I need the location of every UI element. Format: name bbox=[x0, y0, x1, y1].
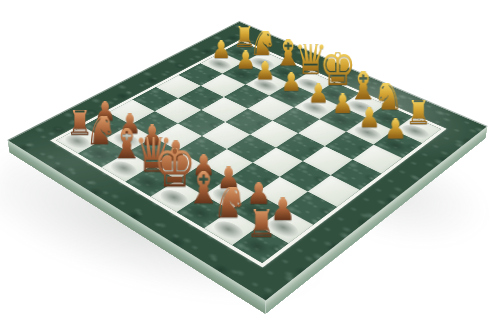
piece-gold-rook-h8: ♜ bbox=[405, 100, 432, 130]
piece-gold-pawn-h7: ♟ bbox=[384, 118, 407, 143]
playing-area: ♜♞♝♛♚♝♞♜♟♟♟♟♟♟♟♟♟♟♟♟♟♟♟♟♜♞♝♛♚♝♞♜ bbox=[50, 39, 446, 267]
chess-board: ♜♞♝♛♚♝♞♜♟♟♟♟♟♟♟♟♟♟♟♟♟♟♟♟♜♞♝♛♚♝♞♜ bbox=[7, 21, 487, 301]
product-photo: ♜♞♝♛♚♝♞♜♟♟♟♟♟♟♟♟♟♟♟♟♟♟♟♟♜♞♝♛♚♝♞♜ bbox=[0, 0, 500, 333]
piece-gold-pawn-a7: ♟ bbox=[211, 40, 231, 62]
piece-gold-pawn-d7: ♟ bbox=[281, 72, 302, 96]
piece-gold-pawn-f7: ♟ bbox=[332, 94, 354, 118]
scene: ♜♞♝♛♚♝♞♜♟♟♟♟♟♟♟♟♟♟♟♟♟♟♟♟♜♞♝♛♚♝♞♜ bbox=[0, 0, 500, 333]
piece-gold-pawn-e7: ♟ bbox=[308, 83, 330, 107]
piece-copper-knight-g1: ♞ bbox=[212, 187, 248, 227]
board-grid: ♜♞♝♛♚♝♞♜♟♟♟♟♟♟♟♟♟♟♟♟♟♟♟♟♜♞♝♛♚♝♞♜ bbox=[56, 42, 441, 263]
piece-gold-pawn-b7: ♟ bbox=[235, 50, 255, 73]
piece-copper-rook-h1: ♜ bbox=[245, 209, 276, 244]
piece-gold-pawn-g7: ♟ bbox=[358, 107, 380, 132]
marble-slab-top: ♜♞♝♛♚♝♞♜♟♟♟♟♟♟♟♟♟♟♟♟♟♟♟♟♜♞♝♛♚♝♞♜ bbox=[7, 21, 487, 301]
piece-gold-pawn-c7: ♟ bbox=[255, 61, 276, 84]
